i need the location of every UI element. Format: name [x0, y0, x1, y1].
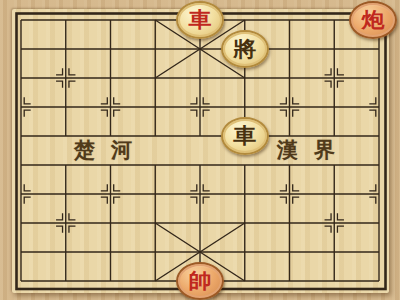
red-general-glyph: 帥 [188, 270, 211, 291]
black-chariot-glyph: 車 [233, 125, 256, 146]
xiangqi-board: 楚河 漢界 車炮將車帥 [0, 0, 400, 300]
piece-black-general[interactable]: 將 [221, 30, 269, 68]
piece-black-chariot[interactable]: 車 [221, 117, 269, 155]
black-general-glyph: 將 [233, 38, 256, 59]
piece-red-chariot[interactable]: 車 [176, 1, 224, 39]
red-cannon-glyph: 炮 [361, 9, 384, 30]
red-chariot-glyph: 車 [188, 9, 211, 30]
piece-red-general[interactable]: 帥 [176, 262, 224, 300]
piece-red-cannon[interactable]: 炮 [349, 1, 397, 39]
pieces-grid: 車炮將車帥 [0, 6, 400, 296]
